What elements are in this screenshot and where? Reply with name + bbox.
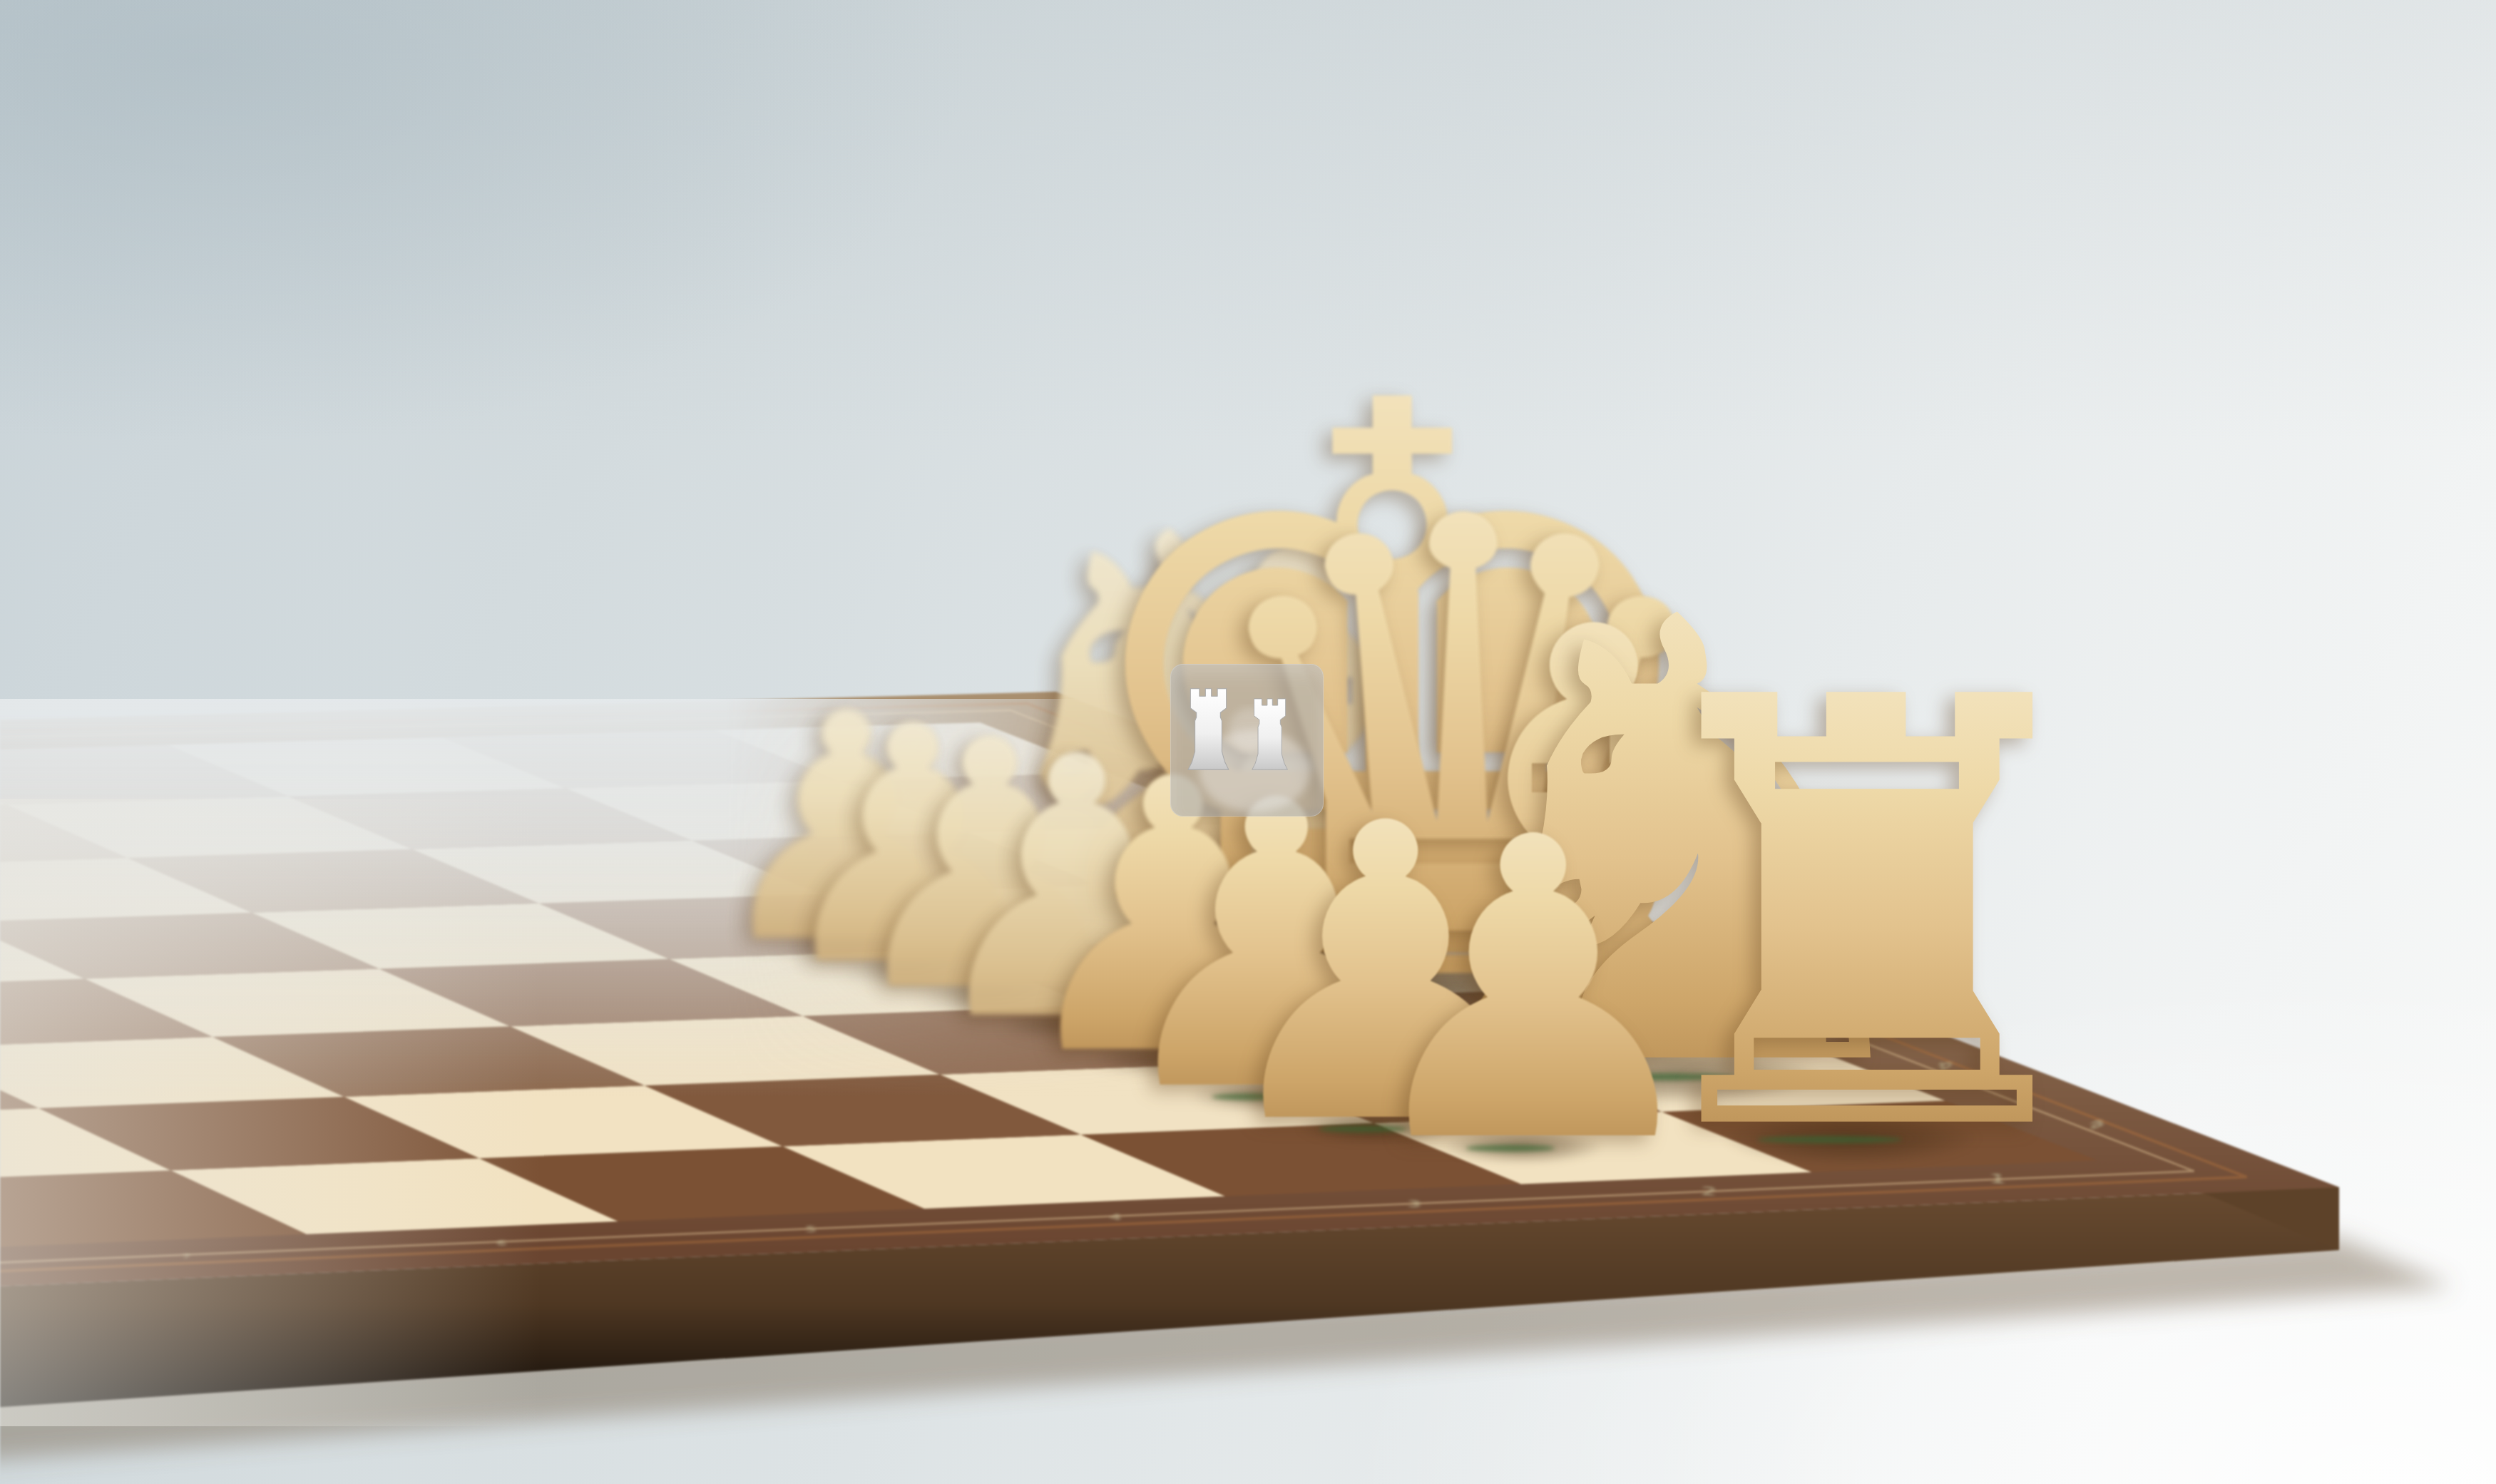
frame-label-rank-2: 2 bbox=[1701, 1184, 1717, 1198]
chessboard: 1234567abc bbox=[0, 0, 2496, 1484]
frame-label-rank-7: 7 bbox=[182, 1253, 190, 1261]
frame-label-rank-1: 1 bbox=[1989, 1171, 2006, 1187]
frame-label-rank-5: 5 bbox=[806, 1224, 817, 1234]
frame-label-rank-3: 3 bbox=[1408, 1197, 1421, 1209]
frame-label-rank-6: 6 bbox=[497, 1239, 506, 1248]
photo-stage: 1234567abc ♞♝♟♟♚♛♟♟♝♟♞♟♟♜♟ bbox=[0, 0, 2496, 1484]
frame-label-rank-4: 4 bbox=[1110, 1212, 1122, 1223]
